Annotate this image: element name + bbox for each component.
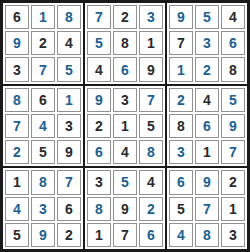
cell-r9c8[interactable]: 8: [195, 223, 219, 247]
cell-r6c8[interactable]: 1: [195, 140, 219, 164]
cell-r2c9[interactable]: 6: [221, 31, 245, 55]
cell-r2c6[interactable]: 1: [139, 31, 163, 55]
cell-r8c1[interactable]: 4: [5, 197, 29, 221]
block-2-2: 937215648: [84, 85, 166, 168]
cell-r1c9[interactable]: 4: [221, 5, 245, 29]
cell-r5c5[interactable]: 1: [113, 114, 137, 138]
cell-r4c9[interactable]: 5: [221, 88, 245, 112]
cell-r6c9[interactable]: 7: [221, 140, 245, 164]
cell-r4c2[interactable]: 6: [31, 88, 55, 112]
cell-r6c4[interactable]: 6: [87, 140, 111, 164]
cell-r6c1[interactable]: 2: [5, 140, 29, 164]
block-3-2: 354892176: [84, 167, 166, 250]
cell-r8c9[interactable]: 1: [221, 197, 245, 221]
cell-r7c4[interactable]: 3: [87, 170, 111, 194]
block-1-2: 723581469: [84, 2, 166, 85]
cell-r4c5[interactable]: 3: [113, 88, 137, 112]
cell-r4c8[interactable]: 4: [195, 88, 219, 112]
cell-r7c1[interactable]: 1: [5, 170, 29, 194]
sudoku-board: 6189243757235814699547361288617432599372…: [0, 0, 250, 252]
cell-r9c3[interactable]: 2: [57, 223, 81, 247]
cell-r7c8[interactable]: 9: [195, 170, 219, 194]
cell-r4c4[interactable]: 9: [87, 88, 111, 112]
cell-r6c3[interactable]: 9: [57, 140, 81, 164]
cell-r2c7[interactable]: 7: [169, 31, 193, 55]
cell-r8c8[interactable]: 7: [195, 197, 219, 221]
block-1-3: 954736128: [166, 2, 248, 85]
cell-r5c1[interactable]: 7: [5, 114, 29, 138]
cell-r3c9[interactable]: 8: [221, 57, 245, 81]
cell-r3c6[interactable]: 9: [139, 57, 163, 81]
block-2-3: 245869317: [166, 85, 248, 168]
cell-r2c4[interactable]: 5: [87, 31, 111, 55]
cell-r9c1[interactable]: 5: [5, 223, 29, 247]
cell-r7c7[interactable]: 6: [169, 170, 193, 194]
cell-r9c9[interactable]: 3: [221, 223, 245, 247]
cell-r9c2[interactable]: 9: [31, 223, 55, 247]
cell-r9c7[interactable]: 4: [169, 223, 193, 247]
cell-r7c3[interactable]: 7: [57, 170, 81, 194]
cell-r1c2[interactable]: 1: [31, 5, 55, 29]
cell-r4c1[interactable]: 8: [5, 88, 29, 112]
cell-r2c5[interactable]: 8: [113, 31, 137, 55]
cell-r2c8[interactable]: 3: [195, 31, 219, 55]
cell-r2c1[interactable]: 9: [5, 31, 29, 55]
cell-r8c4[interactable]: 8: [87, 197, 111, 221]
cell-r9c4[interactable]: 1: [87, 223, 111, 247]
cell-r8c2[interactable]: 3: [31, 197, 55, 221]
cell-r3c1[interactable]: 3: [5, 57, 29, 81]
cell-r6c5[interactable]: 4: [113, 140, 137, 164]
cell-r8c5[interactable]: 9: [113, 197, 137, 221]
cell-r3c3[interactable]: 5: [57, 57, 81, 81]
cell-r7c5[interactable]: 5: [113, 170, 137, 194]
cell-r3c2[interactable]: 7: [31, 57, 55, 81]
cell-r8c7[interactable]: 5: [169, 197, 193, 221]
block-2-1: 861743259: [2, 85, 84, 168]
block-3-1: 187436592: [2, 167, 84, 250]
cell-r6c2[interactable]: 5: [31, 140, 55, 164]
cell-r8c3[interactable]: 6: [57, 197, 81, 221]
cell-r2c3[interactable]: 4: [57, 31, 81, 55]
cell-r4c6[interactable]: 7: [139, 88, 163, 112]
cell-r5c6[interactable]: 5: [139, 114, 163, 138]
cell-r1c7[interactable]: 9: [169, 5, 193, 29]
cell-r4c3[interactable]: 1: [57, 88, 81, 112]
cell-r2c2[interactable]: 2: [31, 31, 55, 55]
cell-r3c7[interactable]: 1: [169, 57, 193, 81]
cell-r3c5[interactable]: 6: [113, 57, 137, 81]
block-1-1: 618924375: [2, 2, 84, 85]
cell-r1c1[interactable]: 6: [5, 5, 29, 29]
cell-r5c3[interactable]: 3: [57, 114, 81, 138]
cell-r5c8[interactable]: 6: [195, 114, 219, 138]
cell-r1c5[interactable]: 2: [113, 5, 137, 29]
cell-r7c9[interactable]: 2: [221, 170, 245, 194]
cell-r7c2[interactable]: 8: [31, 170, 55, 194]
cell-r1c3[interactable]: 8: [57, 5, 81, 29]
cell-r3c4[interactable]: 4: [87, 57, 111, 81]
cell-r4c7[interactable]: 2: [169, 88, 193, 112]
cell-r6c6[interactable]: 8: [139, 140, 163, 164]
cell-r3c8[interactable]: 2: [195, 57, 219, 81]
block-3-3: 692571483: [166, 167, 248, 250]
cell-r7c6[interactable]: 4: [139, 170, 163, 194]
cell-r1c6[interactable]: 3: [139, 5, 163, 29]
cell-r9c5[interactable]: 7: [113, 223, 137, 247]
cell-r5c7[interactable]: 8: [169, 114, 193, 138]
cell-r5c2[interactable]: 4: [31, 114, 55, 138]
cell-r6c7[interactable]: 3: [169, 140, 193, 164]
cell-r5c4[interactable]: 2: [87, 114, 111, 138]
cell-r1c4[interactable]: 7: [87, 5, 111, 29]
cell-r8c6[interactable]: 2: [139, 197, 163, 221]
cell-r1c8[interactable]: 5: [195, 5, 219, 29]
cell-r5c9[interactable]: 9: [221, 114, 245, 138]
cell-r9c6[interactable]: 6: [139, 223, 163, 247]
